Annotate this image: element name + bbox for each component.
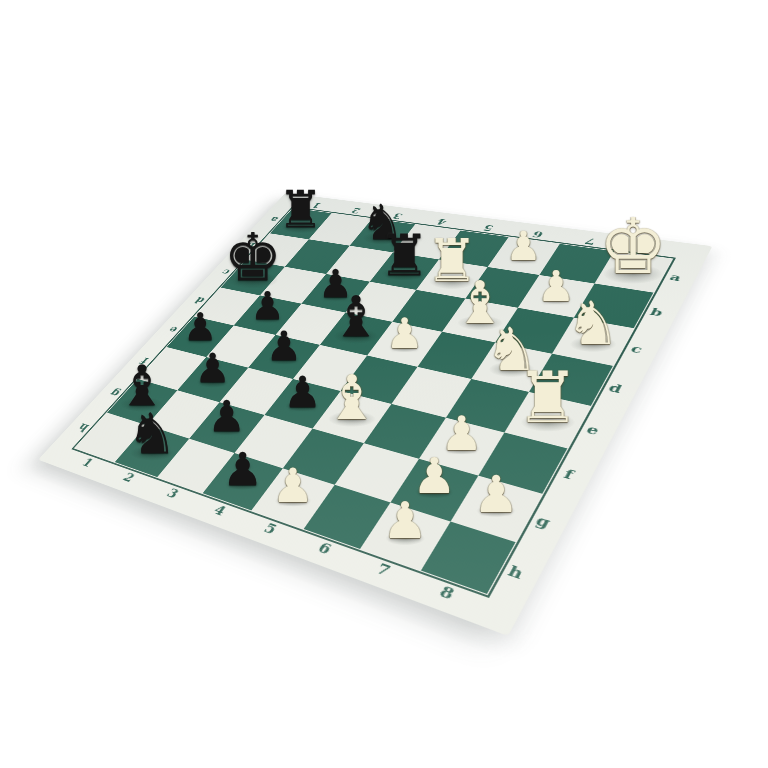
board-grid (75, 208, 672, 594)
chess-board: 12345678 abcdefgh abcdefgh 12345678 (38, 193, 712, 636)
product-photo-stage: 12345678 abcdefgh abcdefgh 12345678 ♚♞♜♟… (0, 0, 768, 768)
